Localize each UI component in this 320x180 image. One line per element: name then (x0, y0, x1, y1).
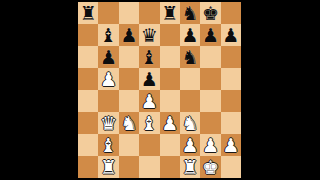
black-king-g8: ♚ (202, 3, 219, 22)
square-a5 (78, 68, 98, 90)
white-bishop-b2: ♝ (100, 135, 117, 154)
square-c3: ♞ (119, 112, 139, 134)
black-bishop-d6: ♝ (141, 47, 158, 66)
square-f1: ♜ (180, 156, 200, 178)
square-e6 (160, 46, 180, 68)
square-d8 (139, 2, 159, 24)
square-d2 (139, 134, 159, 156)
square-g8: ♚ (200, 2, 220, 24)
black-pawn-g7: ♟ (202, 25, 219, 44)
square-h8 (221, 2, 241, 24)
square-c1 (119, 156, 139, 178)
white-king-g1: ♚ (202, 157, 219, 176)
white-rook-b1: ♜ (100, 157, 117, 176)
square-c5 (119, 68, 139, 90)
white-pawn-h2: ♟ (222, 135, 239, 154)
white-pawn-g2: ♟ (202, 135, 219, 154)
square-d5: ♟ (139, 68, 159, 90)
square-c4 (119, 90, 139, 112)
square-f2: ♟ (180, 134, 200, 156)
black-queen-d7: ♛ (141, 25, 158, 44)
square-f7: ♟ (180, 24, 200, 46)
square-b4 (98, 90, 118, 112)
square-e3: ♟ (160, 112, 180, 134)
chess-board: ♜♜♞♚♝♟♛♟♟♟♟♝♞♟♟♟♛♞♝♟♞♝♟♟♟♜♜♚ (78, 2, 241, 178)
square-d3: ♝ (139, 112, 159, 134)
black-pawn-b6: ♟ (100, 47, 117, 66)
square-a1 (78, 156, 98, 178)
square-d6: ♝ (139, 46, 159, 68)
square-g5 (200, 68, 220, 90)
black-bishop-b7: ♝ (100, 25, 117, 44)
square-e1 (160, 156, 180, 178)
square-b8 (98, 2, 118, 24)
square-c2 (119, 134, 139, 156)
square-c8 (119, 2, 139, 24)
square-b3: ♛ (98, 112, 118, 134)
square-d7: ♛ (139, 24, 159, 46)
square-d1 (139, 156, 159, 178)
white-bishop-d3: ♝ (141, 113, 158, 132)
square-f6: ♞ (180, 46, 200, 68)
square-h5 (221, 68, 241, 90)
square-e5 (160, 68, 180, 90)
white-knight-c3: ♞ (120, 113, 137, 132)
square-h2: ♟ (221, 134, 241, 156)
square-a4 (78, 90, 98, 112)
square-b6: ♟ (98, 46, 118, 68)
square-f4 (180, 90, 200, 112)
square-f8: ♞ (180, 2, 200, 24)
square-e8: ♜ (160, 2, 180, 24)
square-b2: ♝ (98, 134, 118, 156)
square-f5 (180, 68, 200, 90)
square-b7: ♝ (98, 24, 118, 46)
square-a2 (78, 134, 98, 156)
black-pawn-d5: ♟ (141, 69, 158, 88)
square-h1 (221, 156, 241, 178)
square-f3: ♞ (180, 112, 200, 134)
white-rook-f1: ♜ (182, 157, 199, 176)
black-rook-e8: ♜ (161, 3, 178, 22)
square-a6 (78, 46, 98, 68)
square-g7: ♟ (200, 24, 220, 46)
square-h7: ♟ (221, 24, 241, 46)
square-a7 (78, 24, 98, 46)
black-pawn-f7: ♟ (182, 25, 199, 44)
white-pawn-b5: ♟ (100, 69, 117, 88)
video-frame: ♜♜♞♚♝♟♛♟♟♟♟♝♞♟♟♟♛♞♝♟♞♝♟♟♟♜♜♚ (0, 0, 320, 180)
square-d4: ♟ (139, 90, 159, 112)
square-h4 (221, 90, 241, 112)
black-knight-f6: ♞ (182, 47, 199, 66)
black-pawn-h7: ♟ (222, 25, 239, 44)
square-h3 (221, 112, 241, 134)
square-g2: ♟ (200, 134, 220, 156)
white-pawn-e3: ♟ (161, 113, 178, 132)
black-rook-a8: ♜ (80, 3, 97, 22)
square-e2 (160, 134, 180, 156)
square-a8: ♜ (78, 2, 98, 24)
white-pawn-f2: ♟ (182, 135, 199, 154)
square-g4 (200, 90, 220, 112)
square-g1: ♚ (200, 156, 220, 178)
square-c6 (119, 46, 139, 68)
square-a3 (78, 112, 98, 134)
white-queen-b3: ♛ (100, 113, 117, 132)
black-pawn-c7: ♟ (120, 25, 137, 44)
black-knight-f8: ♞ (182, 3, 199, 22)
white-knight-f3: ♞ (182, 113, 199, 132)
square-h6 (221, 46, 241, 68)
square-b5: ♟ (98, 68, 118, 90)
white-pawn-d4: ♟ (141, 91, 158, 110)
square-c7: ♟ (119, 24, 139, 46)
square-g3 (200, 112, 220, 134)
square-e4 (160, 90, 180, 112)
square-e7 (160, 24, 180, 46)
square-b1: ♜ (98, 156, 118, 178)
square-g6 (200, 46, 220, 68)
